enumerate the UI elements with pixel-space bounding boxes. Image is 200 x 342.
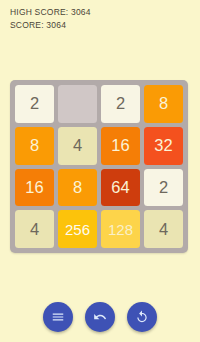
tile-2: 2 [101, 85, 140, 123]
menu-button[interactable] [43, 302, 73, 332]
undo-icon [93, 310, 107, 324]
tile-4: 4 [58, 127, 97, 165]
restart-button[interactable] [127, 302, 157, 332]
empty-cell [58, 85, 97, 123]
tile-4: 4 [144, 210, 183, 248]
tile-4: 4 [15, 210, 54, 248]
tile-2: 2 [144, 169, 183, 207]
tile-64: 64 [101, 169, 140, 207]
app-screen: HIGH SCORE: 3064 SCORE: 3064 22884163216… [0, 0, 200, 342]
game-board[interactable]: 22884163216864242561284 [10, 80, 188, 253]
undo-button[interactable] [85, 302, 115, 332]
tile-2: 2 [15, 85, 54, 123]
tile-8: 8 [58, 169, 97, 207]
menu-icon [51, 310, 65, 324]
tile-16: 16 [101, 127, 140, 165]
tile-16: 16 [15, 169, 54, 207]
high-score-text: HIGH SCORE: 3064 [10, 6, 91, 19]
score-text: SCORE: 3064 [10, 19, 91, 32]
tile-8: 8 [15, 127, 54, 165]
score-panel: HIGH SCORE: 3064 SCORE: 3064 [10, 6, 91, 32]
restart-icon [135, 310, 149, 324]
tile-32: 32 [144, 127, 183, 165]
tile-8: 8 [144, 85, 183, 123]
tile-128: 128 [101, 210, 140, 248]
tile-256: 256 [58, 210, 97, 248]
